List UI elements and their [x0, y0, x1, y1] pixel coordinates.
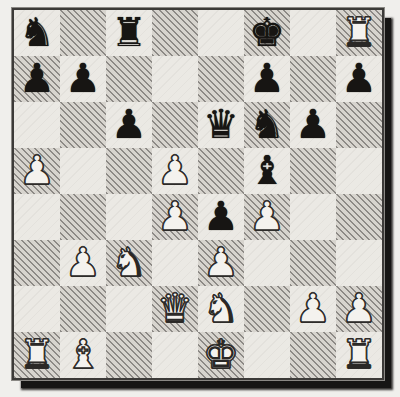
square-b8[interactable] [60, 10, 106, 56]
square-b2[interactable] [60, 286, 106, 332]
square-c7[interactable] [106, 56, 152, 102]
square-g2[interactable]: ♟ [290, 286, 336, 332]
white-king-e1: ♚ [203, 334, 239, 374]
square-f5[interactable]: ♝ [244, 148, 290, 194]
square-a7[interactable]: ♟ [14, 56, 60, 102]
square-g5[interactable] [290, 148, 336, 194]
square-a3[interactable] [14, 240, 60, 286]
square-b3[interactable]: ♟ [60, 240, 106, 286]
black-pawn-b7: ♟ [65, 58, 101, 98]
white-pawn-b3: ♟ [65, 242, 101, 282]
black-pawn-g6: ♟ [295, 104, 331, 144]
square-a6[interactable] [14, 102, 60, 148]
white-pawn-h2: ♟ [341, 288, 377, 328]
white-pawn-a5: ♟ [19, 150, 55, 190]
square-d5[interactable]: ♟ [152, 148, 198, 194]
black-king-f8: ♚ [249, 12, 285, 52]
square-g3[interactable] [290, 240, 336, 286]
square-h8[interactable]: ♜ [336, 10, 382, 56]
square-c1[interactable] [106, 332, 152, 378]
square-h3[interactable] [336, 240, 382, 286]
square-d6[interactable] [152, 102, 198, 148]
scanned-diagram: ♞♜♚♜♟♟♟♟♟♛♞♟♟♟♝♟♟♟♟♞♟♛♞♟♟♜♝♚♜ [0, 0, 400, 397]
square-b1[interactable]: ♝ [60, 332, 106, 378]
square-g6[interactable]: ♟ [290, 102, 336, 148]
square-d4[interactable]: ♟ [152, 194, 198, 240]
square-e5[interactable] [198, 148, 244, 194]
white-knight-e2: ♞ [203, 288, 239, 328]
square-a4[interactable] [14, 194, 60, 240]
black-pawn-c6: ♟ [111, 104, 147, 144]
black-pawn-h7: ♟ [341, 58, 377, 98]
square-d1[interactable] [152, 332, 198, 378]
white-bishop-b1: ♝ [65, 334, 101, 374]
square-a2[interactable] [14, 286, 60, 332]
square-c8[interactable]: ♜ [106, 10, 152, 56]
square-h4[interactable] [336, 194, 382, 240]
square-f6[interactable]: ♞ [244, 102, 290, 148]
white-rook-h8: ♜ [341, 12, 377, 52]
square-f8[interactable]: ♚ [244, 10, 290, 56]
white-pawn-d4: ♟ [157, 196, 193, 236]
black-bishop-f5: ♝ [249, 150, 285, 190]
black-knight-a8: ♞ [19, 12, 55, 52]
square-g4[interactable] [290, 194, 336, 240]
white-rook-h1: ♜ [341, 334, 377, 374]
square-f2[interactable] [244, 286, 290, 332]
black-pawn-e4: ♟ [203, 196, 239, 236]
square-d2[interactable]: ♛ [152, 286, 198, 332]
square-b6[interactable] [60, 102, 106, 148]
black-pawn-a7: ♟ [19, 58, 55, 98]
square-e6[interactable]: ♛ [198, 102, 244, 148]
black-knight-f6: ♞ [249, 104, 285, 144]
square-d3[interactable] [152, 240, 198, 286]
white-queen-d2: ♛ [157, 288, 193, 328]
square-a1[interactable]: ♜ [14, 332, 60, 378]
square-f3[interactable] [244, 240, 290, 286]
square-b5[interactable] [60, 148, 106, 194]
square-c6[interactable]: ♟ [106, 102, 152, 148]
square-c5[interactable] [106, 148, 152, 194]
black-rook-c8: ♜ [111, 12, 147, 52]
square-b7[interactable]: ♟ [60, 56, 106, 102]
white-rook-a1: ♜ [19, 334, 55, 374]
white-pawn-g2: ♟ [295, 288, 331, 328]
square-g1[interactable] [290, 332, 336, 378]
square-h2[interactable]: ♟ [336, 286, 382, 332]
white-pawn-d5: ♟ [157, 150, 193, 190]
square-e1[interactable]: ♚ [198, 332, 244, 378]
square-b4[interactable] [60, 194, 106, 240]
black-queen-e6: ♛ [203, 104, 239, 144]
square-c3[interactable]: ♞ [106, 240, 152, 286]
square-e3[interactable]: ♟ [198, 240, 244, 286]
square-a8[interactable]: ♞ [14, 10, 60, 56]
square-e7[interactable] [198, 56, 244, 102]
square-d7[interactable] [152, 56, 198, 102]
square-a5[interactable]: ♟ [14, 148, 60, 194]
white-pawn-e3: ♟ [203, 242, 239, 282]
square-e8[interactable] [198, 10, 244, 56]
square-c2[interactable] [106, 286, 152, 332]
square-h7[interactable]: ♟ [336, 56, 382, 102]
black-pawn-f7: ♟ [249, 58, 285, 98]
square-f1[interactable] [244, 332, 290, 378]
square-h6[interactable] [336, 102, 382, 148]
square-g7[interactable] [290, 56, 336, 102]
square-c4[interactable] [106, 194, 152, 240]
square-h5[interactable] [336, 148, 382, 194]
square-f4[interactable]: ♟ [244, 194, 290, 240]
square-e2[interactable]: ♞ [198, 286, 244, 332]
square-d8[interactable] [152, 10, 198, 56]
white-knight-c3: ♞ [111, 242, 147, 282]
square-f7[interactable]: ♟ [244, 56, 290, 102]
chess-board: ♞♜♚♜♟♟♟♟♟♛♞♟♟♟♝♟♟♟♟♞♟♛♞♟♟♜♝♚♜ [12, 8, 384, 380]
square-e4[interactable]: ♟ [198, 194, 244, 240]
square-h1[interactable]: ♜ [336, 332, 382, 378]
white-pawn-f4: ♟ [249, 196, 285, 236]
square-g8[interactable] [290, 10, 336, 56]
